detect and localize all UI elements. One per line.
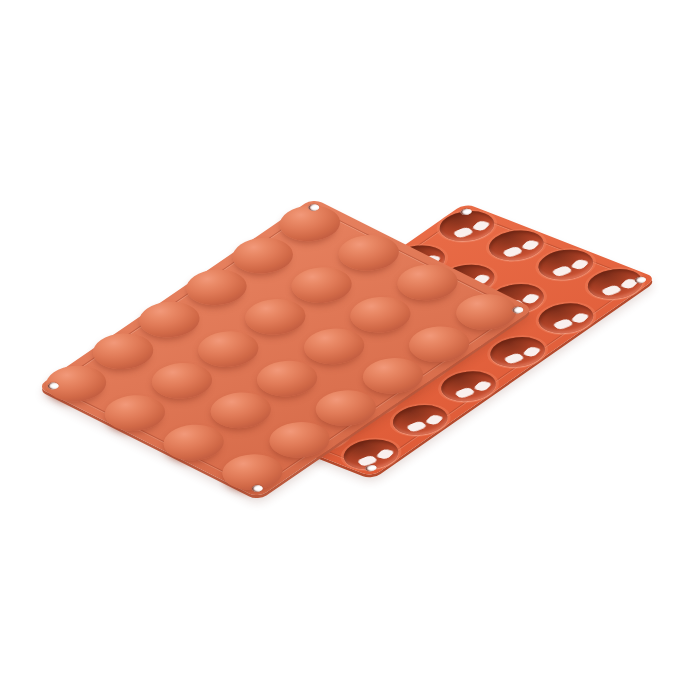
cavity-specular-highlight [570, 312, 591, 323]
cavity-specular-highlight [551, 265, 574, 278]
cavity-specular-highlight [522, 346, 543, 357]
cavity-specular-highlight [405, 420, 428, 433]
cavity-specular-highlight [452, 226, 475, 239]
cavity-specular-highlight [502, 352, 525, 365]
cavity-specular-highlight [471, 220, 492, 231]
cavity-specular-highlight [520, 239, 541, 250]
product-photo [0, 0, 700, 700]
cavity-specular-highlight [521, 293, 542, 304]
cavity-specular-highlight [375, 448, 396, 459]
cavity-specular-highlight [424, 414, 445, 425]
cavity-specular-highlight [473, 380, 494, 391]
cavity-specular-highlight [600, 284, 623, 297]
cavity-specular-highlight [501, 246, 524, 259]
cavity-specular-highlight [570, 259, 591, 270]
